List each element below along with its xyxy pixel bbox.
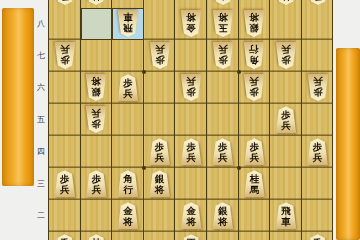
board-cell[interactable]: 銀将 xyxy=(144,168,176,200)
shogi-piece-face: 金将 xyxy=(211,0,235,5)
board-cell[interactable]: 金将 xyxy=(175,200,207,232)
rank-label: 六 xyxy=(35,83,47,93)
board-cell[interactable] xyxy=(49,136,81,168)
board-cell[interactable] xyxy=(144,232,176,240)
shogi-piece-face: 角行 xyxy=(242,42,266,69)
shogi-piece[interactable]: 歩兵 xyxy=(306,74,330,101)
shogi-piece-face: 角行 xyxy=(116,170,140,197)
board-cell[interactable] xyxy=(81,40,113,72)
board-cell[interactable] xyxy=(270,168,302,200)
board-cell[interactable]: 角行 xyxy=(239,40,271,72)
board-cell[interactable] xyxy=(239,0,271,8)
board-cell[interactable] xyxy=(112,232,144,240)
board-cell[interactable]: 歩兵 xyxy=(239,136,271,168)
shogi-board: 香車桂馬金将桂馬香車飛車金将玉将銀将歩兵歩兵歩兵角行歩兵銀将歩兵歩兵歩兵歩兵歩兵… xyxy=(48,0,333,240)
shogi-piece-face: 歩兵 xyxy=(179,74,203,101)
board-cell[interactable] xyxy=(49,72,81,104)
board-cell[interactable] xyxy=(270,8,302,40)
board-cell[interactable] xyxy=(239,232,271,240)
shogi-piece[interactable]: 歩兵 xyxy=(242,74,266,101)
rank-label: 二 xyxy=(35,211,47,221)
shogi-piece-face: 歩兵 xyxy=(53,42,77,69)
shogi-piece[interactable]: 金将 xyxy=(179,202,203,229)
shogi-piece-face: 歩兵 xyxy=(211,42,235,69)
shogi-piece[interactable]: 金将 xyxy=(116,202,140,229)
board-cell[interactable] xyxy=(270,232,302,240)
shogi-piece[interactable]: 銀将 xyxy=(148,170,172,197)
shogi-piece-face: 香車 xyxy=(306,234,330,240)
board-cell[interactable]: 銀将 xyxy=(81,72,113,104)
board-cell[interactable] xyxy=(302,168,334,200)
rank-label: 三 xyxy=(35,179,47,189)
shogi-piece[interactable]: 王将 xyxy=(179,234,203,240)
board-cell[interactable] xyxy=(302,200,334,232)
board-cell[interactable]: 歩兵 xyxy=(302,136,334,168)
board-cell[interactable] xyxy=(144,200,176,232)
board-cell[interactable] xyxy=(175,104,207,136)
shogi-piece-face: 歩兵 xyxy=(242,74,266,101)
board-cell[interactable] xyxy=(239,104,271,136)
board-cell[interactable] xyxy=(270,136,302,168)
board-cell[interactable] xyxy=(302,8,334,40)
shogi-piece-face: 香車 xyxy=(53,234,77,240)
shogi-piece[interactable]: 歩兵 xyxy=(306,138,330,165)
board-cell[interactable] xyxy=(302,40,334,72)
shogi-piece-face: 王将 xyxy=(179,234,203,240)
shogi-piece-face: 金将 xyxy=(179,202,203,229)
board-cell[interactable] xyxy=(207,168,239,200)
board-cell[interactable]: 歩兵 xyxy=(144,40,176,72)
board-cell[interactable] xyxy=(270,72,302,104)
board-cell[interactable] xyxy=(49,200,81,232)
shogi-piece[interactable]: 歩兵 xyxy=(179,138,203,165)
shogi-piece-face: 歩兵 xyxy=(84,106,108,133)
board-cell[interactable] xyxy=(207,232,239,240)
shogi-piece[interactable]: 角行 xyxy=(116,170,140,197)
shogi-piece[interactable]: 桂馬 xyxy=(84,234,108,240)
rank-label: 五 xyxy=(35,115,47,125)
board-cell[interactable] xyxy=(81,136,113,168)
shogi-piece-face: 香車 xyxy=(306,0,330,5)
shogi-piece[interactable]: 玉将 xyxy=(211,10,235,37)
shogi-piece[interactable]: 歩兵 xyxy=(84,170,108,197)
shogi-piece[interactable]: 飛車 xyxy=(274,202,298,229)
shogi-piece-face: 金将 xyxy=(116,202,140,229)
board-cell[interactable] xyxy=(239,200,271,232)
shogi-piece[interactable]: 金将 xyxy=(179,10,203,37)
shogi-piece[interactable]: 歩兵 xyxy=(148,138,172,165)
shogi-piece-face: 桂馬 xyxy=(242,170,266,197)
board-cell[interactable] xyxy=(49,8,81,40)
rank-label: 四 xyxy=(35,147,47,157)
board-cell[interactable]: 香車 xyxy=(302,232,334,240)
board-cell[interactable]: 歩兵 xyxy=(270,40,302,72)
board-cell[interactable]: 金将 xyxy=(112,200,144,232)
board-cell[interactable]: 角行 xyxy=(112,168,144,200)
shogi-piece[interactable]: 歩兵 xyxy=(148,42,172,69)
board-cell[interactable]: 香車 xyxy=(302,0,334,8)
shogi-piece-face: 歩兵 xyxy=(148,138,172,165)
shogi-piece[interactable]: 歩兵 xyxy=(53,42,77,69)
shogi-piece[interactable]: 歩兵 xyxy=(53,170,77,197)
board-cell[interactable] xyxy=(81,8,113,40)
shogi-piece[interactable]: 角行 xyxy=(242,42,266,69)
shogi-piece-face: 歩兵 xyxy=(84,170,108,197)
board-cell[interactable]: 飛車 xyxy=(112,8,144,40)
shogi-piece-face: 歩兵 xyxy=(53,170,77,197)
board-cell[interactable]: 桂馬 xyxy=(81,0,113,8)
board-cell[interactable]: 歩兵 xyxy=(81,104,113,136)
board-cell[interactable]: 王将 xyxy=(175,232,207,240)
shogi-piece[interactable]: 銀将 xyxy=(242,10,266,37)
board-cell[interactable]: 歩兵 xyxy=(49,40,81,72)
board-cell[interactable] xyxy=(112,40,144,72)
board-cell[interactable]: 歩兵 xyxy=(239,72,271,104)
board-cell[interactable] xyxy=(112,0,144,8)
shogi-piece-face: 桂馬 xyxy=(84,0,108,5)
shogi-piece-face: 歩兵 xyxy=(211,138,235,165)
board-cell[interactable] xyxy=(207,104,239,136)
board-cell[interactable]: 桂馬 xyxy=(239,168,271,200)
shogi-piece-face: 歩兵 xyxy=(179,138,203,165)
shogi-piece[interactable]: 歩兵 xyxy=(179,74,203,101)
board-cell[interactable] xyxy=(175,0,207,8)
board-cell[interactable]: 歩兵 xyxy=(175,72,207,104)
board-cell[interactable]: 歩兵 xyxy=(207,40,239,72)
board-cell[interactable]: 歩兵 xyxy=(175,136,207,168)
shogi-piece-face: 歩兵 xyxy=(274,42,298,69)
rank-label-column: 八七六五四三二 xyxy=(35,0,47,240)
board-cell[interactable] xyxy=(112,136,144,168)
rank-label: 八 xyxy=(35,19,47,29)
shogi-piece[interactable]: 飛車 xyxy=(116,10,140,37)
shogi-piece[interactable]: 桂馬 xyxy=(84,0,108,5)
shogi-piece[interactable]: 香車 xyxy=(53,0,77,5)
board-cell[interactable]: 歩兵 xyxy=(302,72,334,104)
board-cell[interactable]: 桂馬 xyxy=(270,0,302,8)
shogi-piece-face: 銀将 xyxy=(211,202,235,229)
board-cell[interactable]: 歩兵 xyxy=(144,136,176,168)
shogi-piece-face: 歩兵 xyxy=(242,138,266,165)
komadai-left xyxy=(2,8,34,186)
board-cell[interactable]: 玉将 xyxy=(207,8,239,40)
komadai-right xyxy=(336,48,360,240)
shogi-piece[interactable]: 桂馬 xyxy=(242,170,266,197)
board-cell[interactable]: 飛車 xyxy=(270,200,302,232)
board-cell[interactable]: 歩兵 xyxy=(270,104,302,136)
shogi-piece[interactable]: 銀将 xyxy=(84,74,108,101)
board-cell[interactable]: 香車 xyxy=(49,232,81,240)
board-cell[interactable] xyxy=(49,104,81,136)
shogi-piece-face: 玉将 xyxy=(211,10,235,37)
board-cell[interactable] xyxy=(81,200,113,232)
shogi-piece[interactable]: 歩兵 xyxy=(116,74,140,101)
shogi-piece[interactable]: 桂馬 xyxy=(274,0,298,5)
shogi-piece-face: 歩兵 xyxy=(306,138,330,165)
shogi-piece[interactable]: 歩兵 xyxy=(211,42,235,69)
board-cell[interactable]: 歩兵 xyxy=(49,168,81,200)
shogi-piece-face: 銀将 xyxy=(242,10,266,37)
board-cell[interactable] xyxy=(144,0,176,8)
shogi-piece[interactable]: 歩兵 xyxy=(242,138,266,165)
shogi-piece-face: 歩兵 xyxy=(148,42,172,69)
board-cell[interactable] xyxy=(175,40,207,72)
shogi-piece[interactable]: 香車 xyxy=(53,234,77,240)
shogi-piece[interactable]: 歩兵 xyxy=(274,42,298,69)
shogi-piece[interactable]: 銀将 xyxy=(211,202,235,229)
board-cell[interactable]: 香車 xyxy=(49,0,81,8)
shogi-piece-face: 飛車 xyxy=(274,202,298,229)
board-cell[interactable]: 歩兵 xyxy=(207,136,239,168)
board-cell[interactable] xyxy=(302,104,334,136)
board-cell[interactable]: 銀将 xyxy=(207,200,239,232)
board-cell[interactable] xyxy=(144,104,176,136)
shogi-piece-face: 桂馬 xyxy=(274,0,298,5)
shogi-piece[interactable]: 歩兵 xyxy=(84,106,108,133)
board-cell[interactable]: 銀将 xyxy=(239,8,271,40)
board-cell[interactable]: 歩兵 xyxy=(112,72,144,104)
shogi-piece-face: 香車 xyxy=(53,0,77,5)
board-cell[interactable] xyxy=(207,72,239,104)
board-cell[interactable] xyxy=(144,8,176,40)
shogi-piece-face: 歩兵 xyxy=(116,74,140,101)
shogi-piece-face: 銀将 xyxy=(84,74,108,101)
shogi-piece-face: 飛車 xyxy=(116,10,140,37)
shogi-piece[interactable]: 香車 xyxy=(306,234,330,240)
board-cell[interactable] xyxy=(112,104,144,136)
board-cell[interactable] xyxy=(175,168,207,200)
shogi-piece-face: 金将 xyxy=(179,10,203,37)
shogi-piece-face: 桂馬 xyxy=(84,234,108,240)
shogi-piece-face: 歩兵 xyxy=(274,106,298,133)
shogi-piece[interactable]: 歩兵 xyxy=(274,106,298,133)
board-cell[interactable]: 歩兵 xyxy=(81,168,113,200)
board-cell[interactable]: 桂馬 xyxy=(81,232,113,240)
rank-label: 七 xyxy=(35,51,47,61)
shogi-piece[interactable]: 金将 xyxy=(211,0,235,5)
shogi-piece-face: 銀将 xyxy=(148,170,172,197)
board-cell[interactable] xyxy=(144,72,176,104)
shogi-piece-face: 歩兵 xyxy=(306,74,330,101)
shogi-piece[interactable]: 香車 xyxy=(306,0,330,5)
board-cell[interactable]: 金将 xyxy=(175,8,207,40)
shogi-piece[interactable]: 歩兵 xyxy=(211,138,235,165)
board-cell[interactable]: 金将 xyxy=(207,0,239,8)
